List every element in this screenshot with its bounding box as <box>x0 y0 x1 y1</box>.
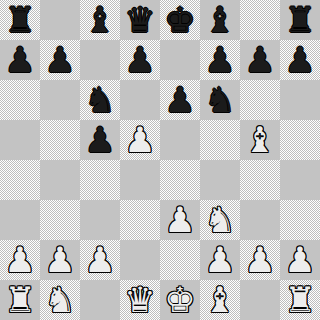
square-c8[interactable]: ♝ <box>80 0 120 40</box>
piece-black-pawn[interactable]: ♟ <box>124 40 155 80</box>
piece-black-knight[interactable]: ♞ <box>84 80 115 120</box>
square-f6[interactable]: ♞ <box>200 80 240 120</box>
square-e4[interactable] <box>160 160 200 200</box>
piece-white-rook[interactable]: ♜ <box>4 280 35 320</box>
square-b1[interactable]: ♞ <box>40 280 80 320</box>
piece-white-pawn[interactable]: ♟ <box>284 240 315 280</box>
piece-black-pawn[interactable]: ♟ <box>244 40 275 80</box>
square-c2[interactable]: ♟ <box>80 240 120 280</box>
piece-white-pawn[interactable]: ♟ <box>4 240 35 280</box>
piece-black-bishop[interactable]: ♝ <box>84 0 115 40</box>
square-e8[interactable]: ♚ <box>160 0 200 40</box>
square-e7[interactable] <box>160 40 200 80</box>
square-a2[interactable]: ♟ <box>0 240 40 280</box>
piece-white-pawn[interactable]: ♟ <box>124 120 155 160</box>
piece-black-king[interactable]: ♚ <box>164 0 195 40</box>
square-f7[interactable]: ♟ <box>200 40 240 80</box>
square-b2[interactable]: ♟ <box>40 240 80 280</box>
square-h2[interactable]: ♟ <box>280 240 320 280</box>
square-e3[interactable]: ♟ <box>160 200 200 240</box>
square-e1[interactable]: ♚ <box>160 280 200 320</box>
square-d7[interactable]: ♟ <box>120 40 160 80</box>
square-g3[interactable] <box>240 200 280 240</box>
piece-black-rook[interactable]: ♜ <box>284 0 315 40</box>
square-a8[interactable]: ♜ <box>0 0 40 40</box>
square-c7[interactable] <box>80 40 120 80</box>
square-c1[interactable] <box>80 280 120 320</box>
square-a6[interactable] <box>0 80 40 120</box>
square-h5[interactable] <box>280 120 320 160</box>
square-b6[interactable] <box>40 80 80 120</box>
piece-black-pawn[interactable]: ♟ <box>4 40 35 80</box>
square-d8[interactable]: ♛ <box>120 0 160 40</box>
piece-white-pawn[interactable]: ♟ <box>44 240 75 280</box>
square-c5[interactable]: ♟ <box>80 120 120 160</box>
square-c6[interactable]: ♞ <box>80 80 120 120</box>
square-d1[interactable]: ♛ <box>120 280 160 320</box>
square-b7[interactable]: ♟ <box>40 40 80 80</box>
piece-white-pawn[interactable]: ♟ <box>204 240 235 280</box>
square-h3[interactable] <box>280 200 320 240</box>
square-g7[interactable]: ♟ <box>240 40 280 80</box>
square-e2[interactable] <box>160 240 200 280</box>
square-f2[interactable]: ♟ <box>200 240 240 280</box>
square-e5[interactable] <box>160 120 200 160</box>
square-d5[interactable]: ♟ <box>120 120 160 160</box>
square-f5[interactable] <box>200 120 240 160</box>
piece-white-pawn[interactable]: ♟ <box>84 240 115 280</box>
piece-black-knight[interactable]: ♞ <box>204 80 235 120</box>
square-f3[interactable]: ♞ <box>200 200 240 240</box>
square-a1[interactable]: ♜ <box>0 280 40 320</box>
piece-white-knight[interactable]: ♞ <box>204 200 235 240</box>
square-c3[interactable] <box>80 200 120 240</box>
square-h8[interactable]: ♜ <box>280 0 320 40</box>
piece-white-king[interactable]: ♚ <box>164 280 195 320</box>
square-g4[interactable] <box>240 160 280 200</box>
square-a3[interactable] <box>0 200 40 240</box>
square-f8[interactable]: ♝ <box>200 0 240 40</box>
square-b3[interactable] <box>40 200 80 240</box>
square-g5[interactable]: ♝ <box>240 120 280 160</box>
piece-white-pawn[interactable]: ♟ <box>164 200 195 240</box>
square-b4[interactable] <box>40 160 80 200</box>
square-f4[interactable] <box>200 160 240 200</box>
piece-white-pawn[interactable]: ♟ <box>244 240 275 280</box>
square-a4[interactable] <box>0 160 40 200</box>
piece-black-queen[interactable]: ♛ <box>124 0 155 40</box>
square-b5[interactable] <box>40 120 80 160</box>
square-h1[interactable]: ♜ <box>280 280 320 320</box>
square-e6[interactable]: ♟ <box>160 80 200 120</box>
chess-board: ♜♝♛♚♝♜♟♟♟♟♟♟♞♟♞♟♟♝♟♞♟♟♟♟♟♟♜♞♛♚♝♜ <box>0 0 320 320</box>
square-a5[interactable] <box>0 120 40 160</box>
square-h4[interactable] <box>280 160 320 200</box>
square-c4[interactable] <box>80 160 120 200</box>
piece-white-bishop[interactable]: ♝ <box>244 120 275 160</box>
piece-white-knight[interactable]: ♞ <box>44 280 75 320</box>
square-d6[interactable] <box>120 80 160 120</box>
square-b8[interactable] <box>40 0 80 40</box>
square-a7[interactable]: ♟ <box>0 40 40 80</box>
square-g1[interactable] <box>240 280 280 320</box>
square-h6[interactable] <box>280 80 320 120</box>
piece-black-pawn[interactable]: ♟ <box>204 40 235 80</box>
piece-black-pawn[interactable]: ♟ <box>164 80 195 120</box>
piece-black-pawn[interactable]: ♟ <box>284 40 315 80</box>
square-g6[interactable] <box>240 80 280 120</box>
piece-black-bishop[interactable]: ♝ <box>204 0 235 40</box>
square-d4[interactable] <box>120 160 160 200</box>
piece-black-pawn[interactable]: ♟ <box>44 40 75 80</box>
square-g2[interactable]: ♟ <box>240 240 280 280</box>
square-d2[interactable] <box>120 240 160 280</box>
piece-black-pawn[interactable]: ♟ <box>84 120 115 160</box>
piece-white-rook[interactable]: ♜ <box>284 280 315 320</box>
square-f1[interactable]: ♝ <box>200 280 240 320</box>
piece-white-bishop[interactable]: ♝ <box>204 280 235 320</box>
piece-white-queen[interactable]: ♛ <box>124 280 155 320</box>
square-d3[interactable] <box>120 200 160 240</box>
square-h7[interactable]: ♟ <box>280 40 320 80</box>
piece-black-rook[interactable]: ♜ <box>4 0 35 40</box>
square-g8[interactable] <box>240 0 280 40</box>
